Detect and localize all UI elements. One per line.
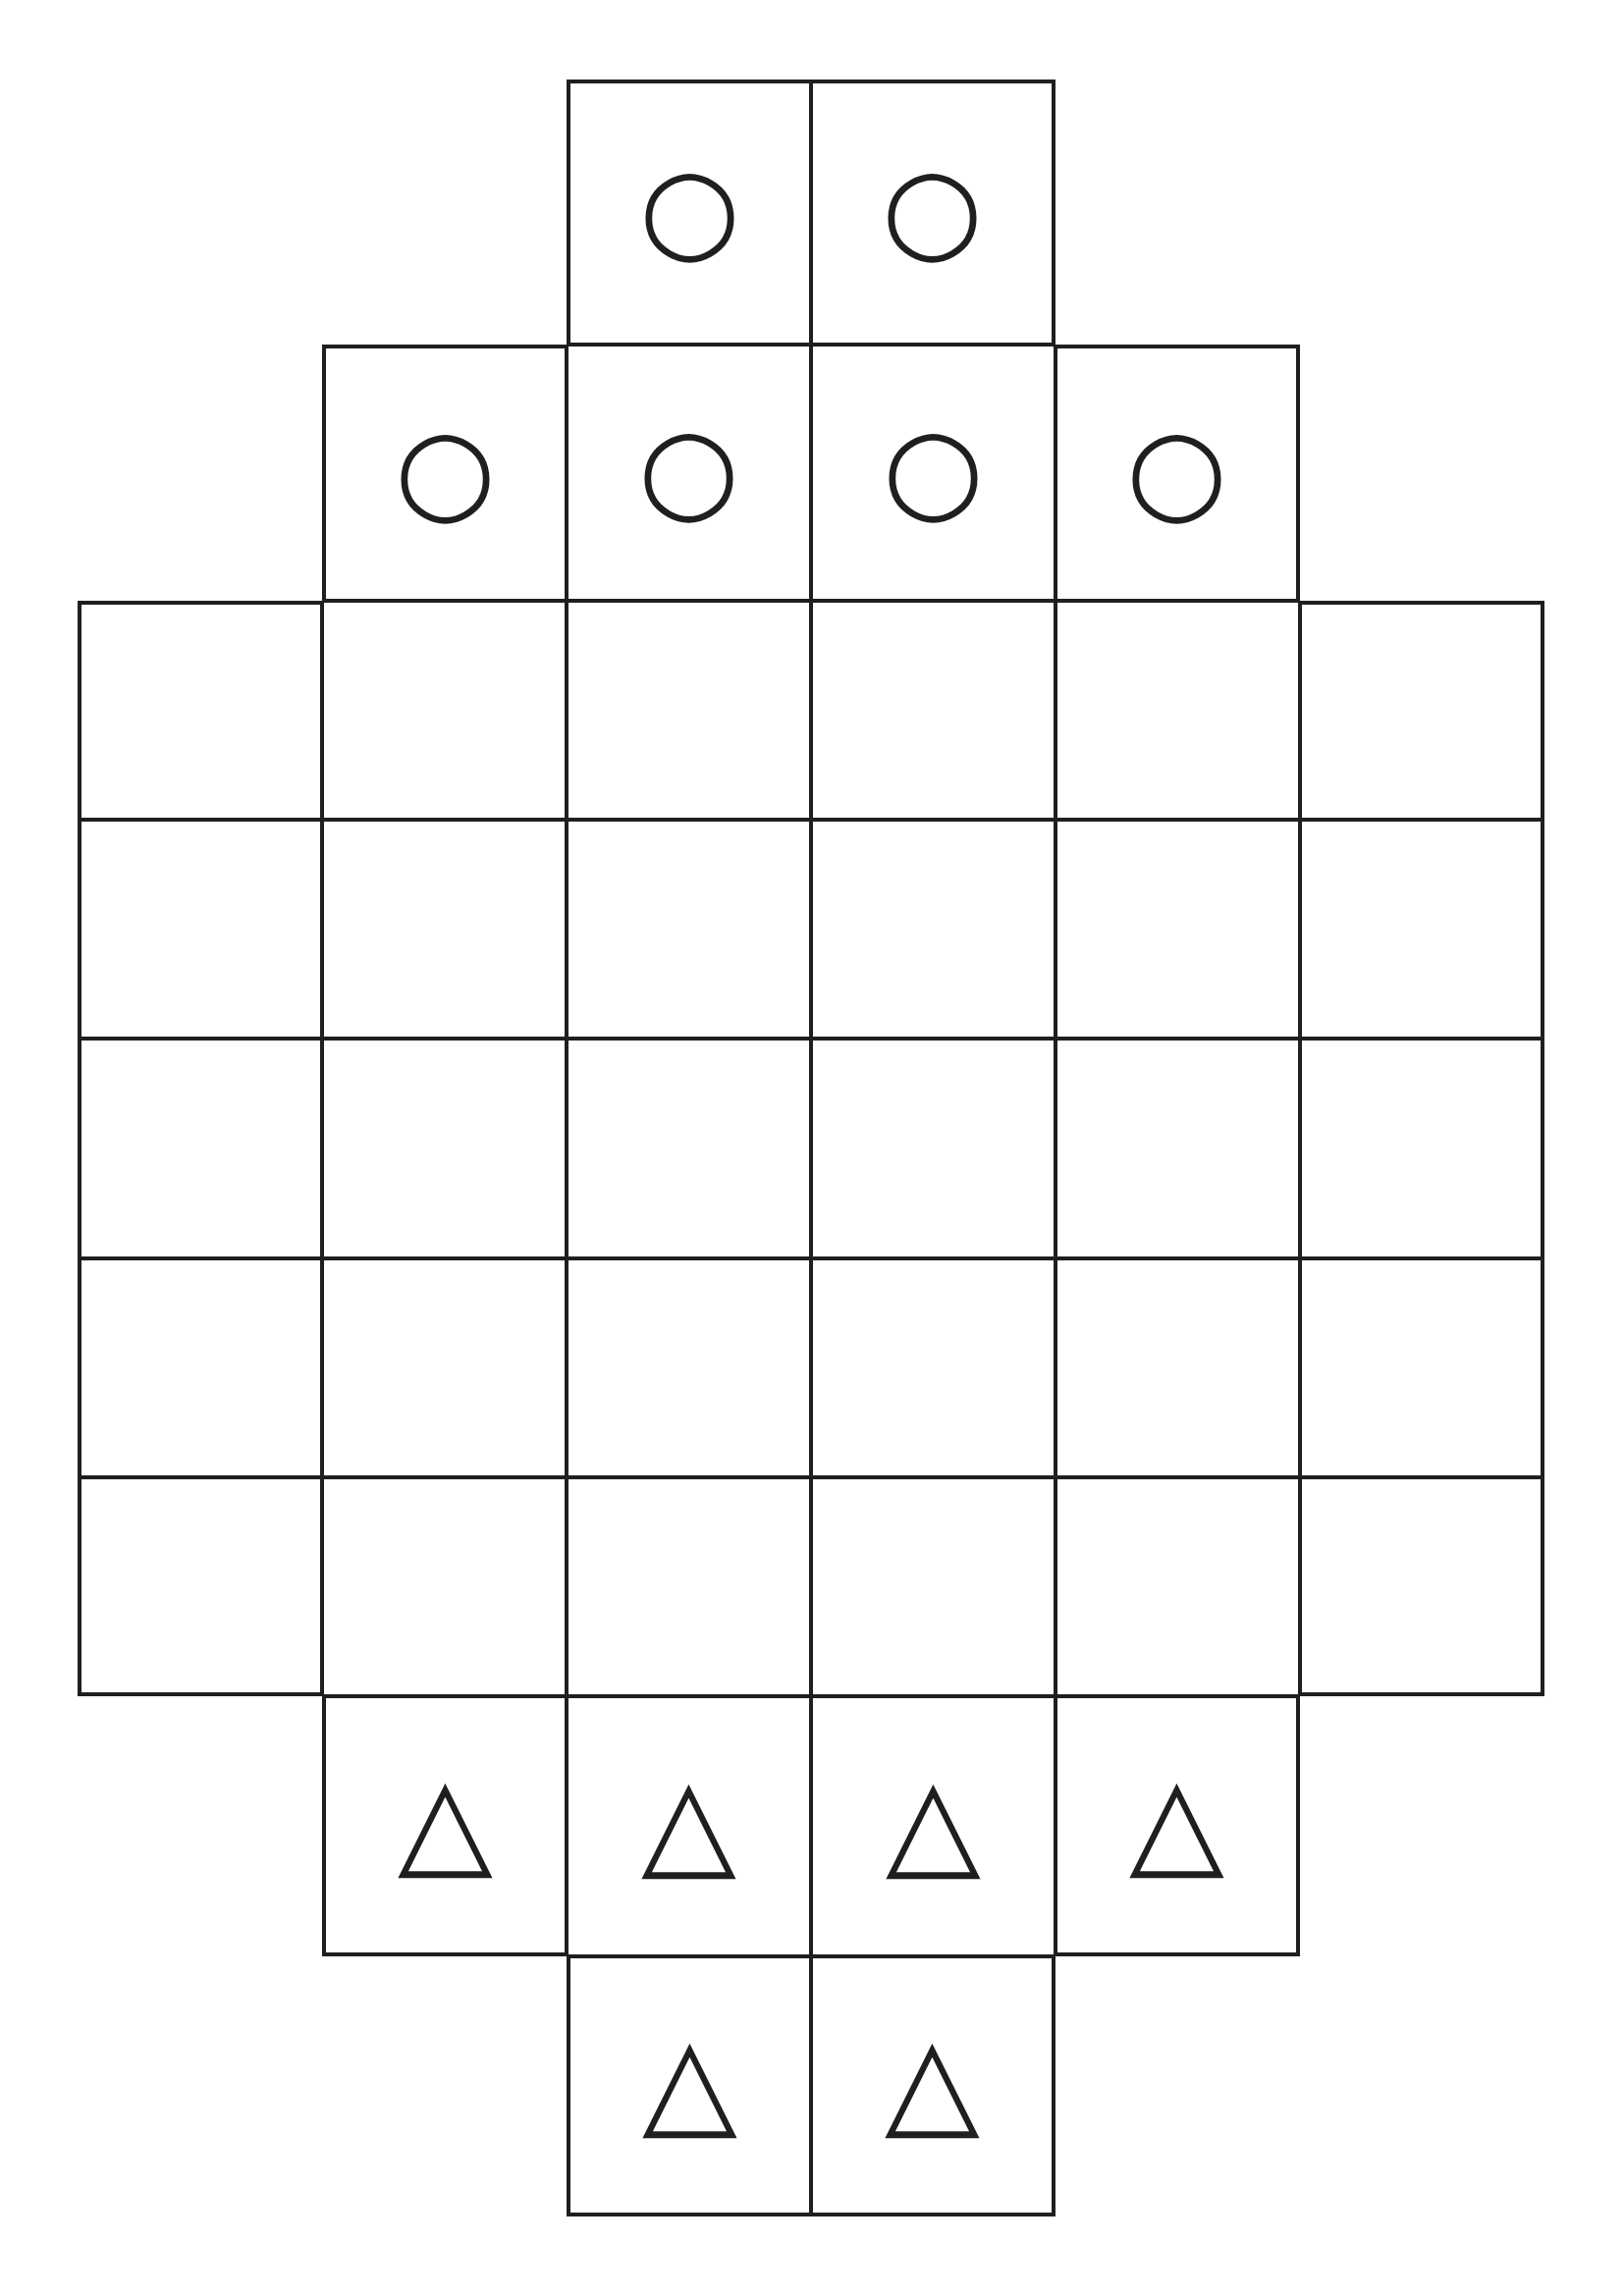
game-board: ○○○○○○△△△△△△ [78, 80, 1544, 2216]
circle-piece[interactable]: ○ [639, 150, 740, 266]
cell-r3c2[interactable] [322, 601, 567, 820]
cell-r3c4[interactable] [811, 601, 1056, 820]
offboard-r9c2 [322, 1956, 567, 2216]
cell-r4c1[interactable] [78, 820, 322, 1039]
cell-r4c5[interactable] [1056, 820, 1300, 1039]
cell-r3c1[interactable] [78, 601, 322, 820]
cell-r9c4[interactable]: △ [811, 1956, 1056, 2216]
cell-r6c2[interactable] [322, 1258, 567, 1477]
cell-r2c3[interactable]: ○ [567, 345, 811, 601]
cell-r6c4[interactable] [811, 1258, 1056, 1477]
offboard-r2c1 [78, 345, 322, 601]
triangle-piece[interactable]: △ [642, 2019, 737, 2143]
circle-piece[interactable]: ○ [395, 411, 496, 527]
offboard-r1c2 [322, 80, 567, 345]
cell-r7c5[interactable] [1056, 1477, 1300, 1696]
cell-r9c3[interactable]: △ [567, 1956, 811, 2216]
cell-r6c5[interactable] [1056, 1258, 1300, 1477]
circle-piece[interactable]: ○ [638, 410, 739, 526]
cell-r5c5[interactable] [1056, 1039, 1300, 1258]
cell-r7c4[interactable] [811, 1477, 1056, 1696]
offboard-r1c1 [78, 80, 322, 345]
triangle-piece[interactable]: △ [1129, 1759, 1224, 1883]
cell-r3c5[interactable] [1056, 601, 1300, 820]
offboard-r9c5 [1056, 1956, 1300, 2216]
offboard-r1c5 [1056, 80, 1300, 345]
offboard-r9c6 [1300, 1956, 1544, 2216]
cell-r6c6[interactable] [1300, 1258, 1544, 1477]
cell-r7c6[interactable] [1300, 1477, 1544, 1696]
triangle-piece[interactable]: △ [885, 2019, 980, 2143]
cell-r6c3[interactable] [567, 1258, 811, 1477]
cell-r8c5[interactable]: △ [1056, 1696, 1300, 1956]
offboard-r8c1 [78, 1696, 322, 1956]
offboard-r8c6 [1300, 1696, 1544, 1956]
circle-piece[interactable]: ○ [1126, 411, 1227, 527]
cell-r4c2[interactable] [322, 820, 567, 1039]
offboard-r1c6 [1300, 80, 1544, 345]
cell-r8c3[interactable]: △ [567, 1696, 811, 1956]
page: ○○○○○○△△△△△△ [0, 0, 1624, 2296]
cell-r4c3[interactable] [567, 820, 811, 1039]
cell-r4c6[interactable] [1300, 820, 1544, 1039]
cell-r5c1[interactable] [78, 1039, 322, 1258]
cell-r7c3[interactable] [567, 1477, 811, 1696]
cell-r7c1[interactable] [78, 1477, 322, 1696]
offboard-r2c6 [1300, 345, 1544, 601]
cell-r4c4[interactable] [811, 820, 1056, 1039]
cell-r6c1[interactable] [78, 1258, 322, 1477]
cell-r5c4[interactable] [811, 1039, 1056, 1258]
circle-piece[interactable]: ○ [883, 410, 984, 526]
cell-r5c6[interactable] [1300, 1039, 1544, 1258]
cell-r3c3[interactable] [567, 601, 811, 820]
cell-r2c4[interactable]: ○ [811, 345, 1056, 601]
cell-r3c6[interactable] [1300, 601, 1544, 820]
cell-r1c3[interactable]: ○ [567, 80, 811, 345]
cell-r5c3[interactable] [567, 1039, 811, 1258]
cell-r5c2[interactable] [322, 1039, 567, 1258]
cell-r2c2[interactable]: ○ [322, 345, 567, 601]
cell-r7c2[interactable] [322, 1477, 567, 1696]
cell-r1c4[interactable]: ○ [811, 80, 1056, 345]
triangle-piece[interactable]: △ [398, 1759, 493, 1883]
triangle-piece[interactable]: △ [641, 1760, 736, 1884]
cell-r8c2[interactable]: △ [322, 1696, 567, 1956]
circle-piece[interactable]: ○ [882, 150, 983, 266]
triangle-piece[interactable]: △ [886, 1760, 981, 1884]
cell-r2c5[interactable]: ○ [1056, 345, 1300, 601]
offboard-r9c1 [78, 1956, 322, 2216]
cell-r8c4[interactable]: △ [811, 1696, 1056, 1956]
